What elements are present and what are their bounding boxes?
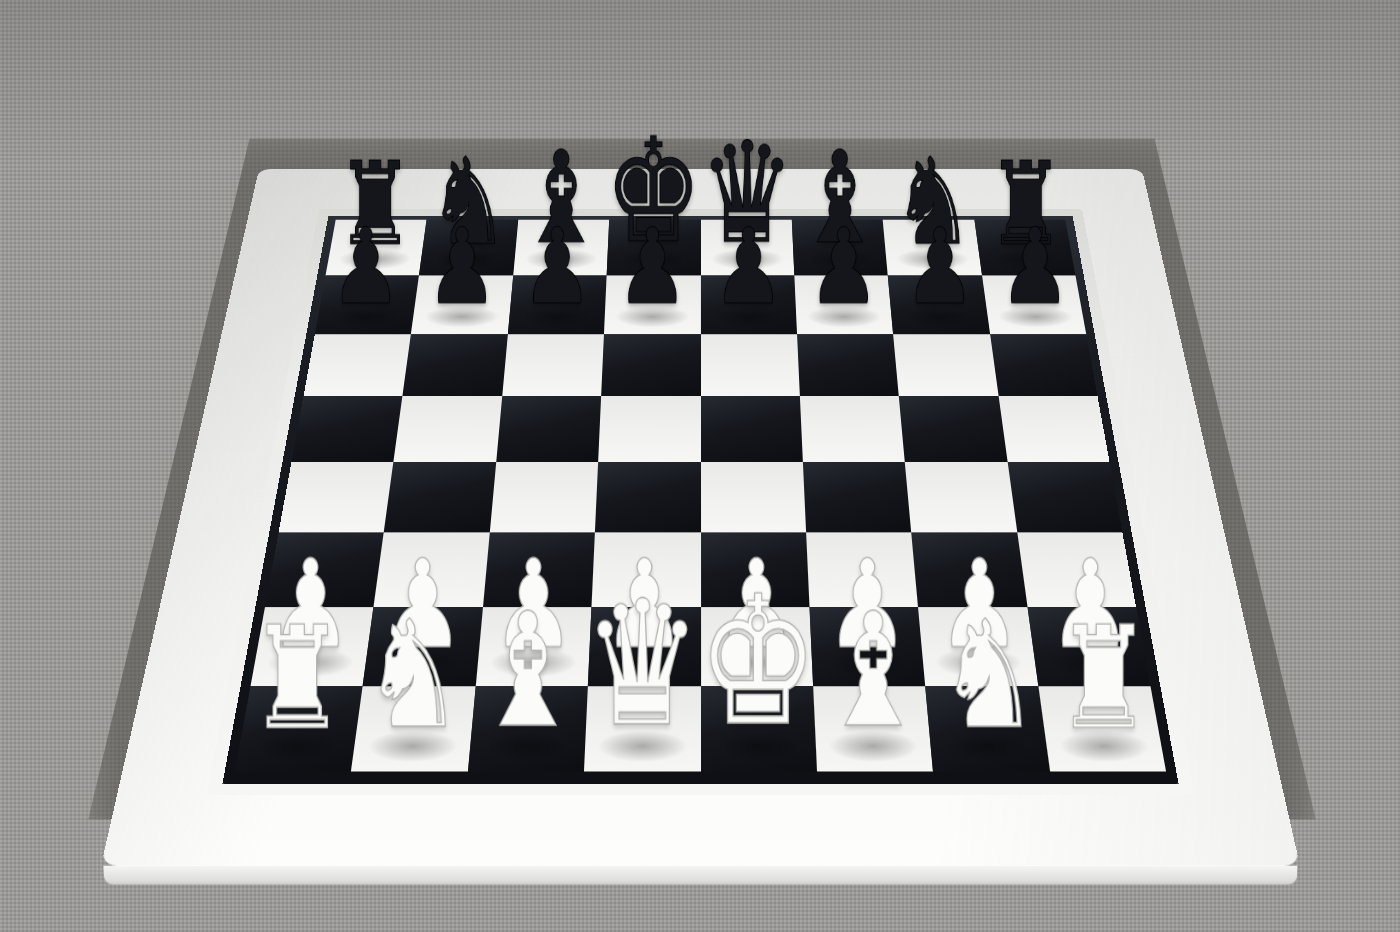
board-front-edge: [103, 866, 1297, 885]
square-c6[interactable]: [502, 334, 604, 396]
piece-white-rook-h1[interactable]: ♜: [1033, 613, 1173, 743]
square-f6[interactable]: [797, 334, 899, 396]
square-e5[interactable]: [701, 396, 803, 462]
square-g1[interactable]: ♞: [926, 686, 1050, 771]
piece-white-bishop-c1[interactable]: ♝: [458, 599, 598, 744]
square-e7[interactable]: ♟: [701, 275, 797, 334]
square-c1[interactable]: ♝: [468, 686, 588, 771]
square-d1[interactable]: ♛: [584, 686, 700, 771]
square-b6[interactable]: [403, 334, 508, 396]
square-g7[interactable]: ♟: [888, 275, 990, 334]
piece-black-pawn-h7[interactable]: ♟: [977, 219, 1093, 315]
square-c7[interactable]: ♟: [508, 275, 607, 334]
square-d6[interactable]: [601, 334, 700, 396]
square-g6[interactable]: [893, 334, 998, 396]
board-inner-step: ♜♞♝♚♛♝♞♜♟♟♟♟♟♟♟♟♟♟♟♟♟♟♟♟♜♞♝♛♚♝♞♜: [207, 209, 1195, 795]
piece-white-rook-a1[interactable]: ♜: [228, 613, 368, 743]
square-e6[interactable]: [701, 334, 800, 396]
square-b5[interactable]: [394, 396, 502, 462]
square-f7[interactable]: ♟: [794, 275, 893, 334]
square-h5[interactable]: [998, 396, 1109, 462]
piece-white-bishop-f1[interactable]: ♝: [803, 599, 943, 744]
square-b7[interactable]: ♟: [411, 275, 513, 334]
square-f5[interactable]: [800, 396, 905, 462]
background-surface: ♜♞♝♚♛♝♞♜♟♟♟♟♟♟♟♟♟♟♟♟♟♟♟♟♜♞♝♛♚♝♞♜: [0, 0, 1400, 932]
square-d5[interactable]: [598, 396, 700, 462]
square-h6[interactable]: [990, 334, 1098, 396]
square-h1[interactable]: ♜: [1038, 686, 1166, 771]
square-e1[interactable]: ♚: [701, 686, 817, 771]
square-a1[interactable]: ♜: [235, 686, 363, 771]
chess-board-grid: ♜♞♝♚♛♝♞♜♟♟♟♟♟♟♟♟♟♟♟♟♟♟♟♟♜♞♝♛♚♝♞♜: [235, 220, 1166, 772]
square-g5[interactable]: [899, 396, 1007, 462]
square-a6[interactable]: [303, 334, 411, 396]
chess-board: ♜♞♝♚♛♝♞♜♟♟♟♟♟♟♟♟♟♟♟♟♟♟♟♟♜♞♝♛♚♝♞♜: [101, 169, 1300, 866]
square-d7[interactable]: ♟: [604, 275, 700, 334]
square-f1[interactable]: ♝: [813, 686, 933, 771]
square-c5[interactable]: [496, 396, 601, 462]
play-area-rim: ♜♞♝♚♛♝♞♜♟♟♟♟♟♟♟♟♟♟♟♟♟♟♟♟♜♞♝♛♚♝♞♜: [222, 216, 1178, 785]
square-h7[interactable]: ♟: [982, 275, 1086, 334]
square-a5[interactable]: [291, 396, 402, 462]
